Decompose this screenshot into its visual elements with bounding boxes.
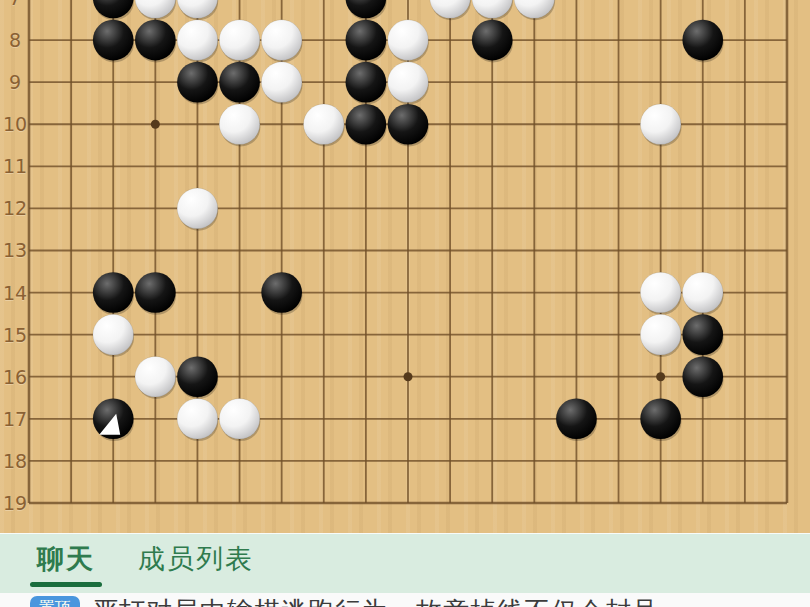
stone-black <box>177 62 218 103</box>
pinned-message-row[interactable]: 置顶 严打对局中输棋逃跑行为，故意掉线不仅会封号 <box>0 593 810 607</box>
row-label: 10 <box>2 112 28 136</box>
stone-black <box>93 0 134 18</box>
stone-white <box>640 314 681 355</box>
stone-white <box>219 20 260 61</box>
tab-label: 聊天 <box>37 541 95 577</box>
stone-black <box>93 272 134 313</box>
tab-member-list[interactable]: 成员列表 <box>138 541 254 587</box>
stone-white <box>135 356 176 397</box>
active-tab-underline <box>160 582 232 587</box>
stone-black <box>346 0 387 18</box>
stone-white <box>261 20 302 61</box>
active-tab-underline <box>30 582 102 587</box>
stone-white <box>430 0 471 18</box>
go-board[interactable]: 78910111213141516171819 <box>0 0 810 533</box>
stone-white <box>388 62 429 103</box>
star-point <box>656 372 665 381</box>
stone-white <box>219 104 260 145</box>
stone-white <box>93 314 134 355</box>
app-screen: 78910111213141516171819 聊天成员列表 置顶 严打对局中输… <box>0 0 810 607</box>
row-label: 7 <box>2 0 28 10</box>
stone-white <box>514 0 555 18</box>
stone-white <box>472 0 513 18</box>
row-label: 14 <box>2 281 28 305</box>
stone-white <box>261 62 302 103</box>
stone-black <box>346 62 387 103</box>
stone-black <box>388 104 429 145</box>
stone-white <box>219 399 260 440</box>
stone-white <box>177 188 218 229</box>
row-label: 13 <box>2 238 28 262</box>
row-label: 12 <box>2 196 28 220</box>
stone-black <box>177 356 218 397</box>
stone-white <box>640 272 681 313</box>
tabs: 聊天成员列表 <box>30 541 254 587</box>
stone-black <box>640 399 681 440</box>
tab-label: 成员列表 <box>138 541 254 577</box>
stone-white <box>640 104 681 145</box>
stone-white <box>388 20 429 61</box>
stone-black <box>472 20 513 61</box>
row-label: 19 <box>2 491 28 515</box>
stone-black <box>219 62 260 103</box>
pinned-message-text: 严打对局中输棋逃跑行为，故意掉线不仅会封号 <box>92 594 659 607</box>
row-label: 11 <box>2 154 28 178</box>
row-label: 18 <box>2 449 28 473</box>
stone-white <box>135 0 176 18</box>
star-point <box>151 120 160 129</box>
stone-black <box>682 356 723 397</box>
stone-black <box>93 20 134 61</box>
stone-white <box>682 272 723 313</box>
pinned-badge: 置顶 <box>30 596 80 607</box>
stone-white <box>303 104 344 145</box>
stone-white <box>177 0 218 18</box>
row-label: 9 <box>2 70 28 94</box>
row-label: 17 <box>2 407 28 431</box>
stone-white <box>177 399 218 440</box>
row-label: 16 <box>2 365 28 389</box>
stone-black <box>261 272 302 313</box>
stone-white <box>177 20 218 61</box>
row-label: 15 <box>2 323 28 347</box>
stone-black <box>135 272 176 313</box>
stone-black <box>346 20 387 61</box>
stone-black <box>682 20 723 61</box>
bottom-tab-bar: 聊天成员列表 置顶 严打对局中输棋逃跑行为，故意掉线不仅会封号 <box>0 533 810 607</box>
board-grid <box>0 0 810 533</box>
stone-black <box>556 399 597 440</box>
stone-black <box>135 20 176 61</box>
star-point <box>403 372 412 381</box>
row-label: 8 <box>2 28 28 52</box>
tab-chat[interactable]: 聊天 <box>30 541 102 587</box>
stone-black <box>346 104 387 145</box>
stone-black <box>682 314 723 355</box>
